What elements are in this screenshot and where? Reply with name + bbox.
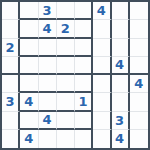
cell-r5c7[interactable] (112, 75, 130, 93)
cell-r2c2[interactable] (20, 20, 38, 38)
cell-r8c8[interactable] (130, 130, 148, 148)
cell-r3c3[interactable] (39, 39, 57, 57)
cell-r4c5[interactable] (75, 57, 93, 75)
cell-r6c2-given-digit: 4 (20, 93, 38, 111)
cell-r5c4[interactable] (57, 75, 75, 93)
cell-r6c1-given-digit: 3 (2, 93, 20, 111)
cell-r6c3[interactable] (39, 93, 57, 111)
cell-r5c2[interactable] (20, 75, 38, 93)
cell-r6c8[interactable] (130, 93, 148, 111)
cell-r2c5[interactable] (75, 20, 93, 38)
cell-r6c7[interactable] (112, 93, 130, 111)
cell-r1c3-given-digit: 3 (39, 2, 57, 20)
cell-r2c1[interactable] (2, 20, 20, 38)
cell-r7c6[interactable] (93, 112, 111, 130)
cell-r8c4[interactable] (57, 130, 75, 148)
cell-r4c2[interactable] (20, 57, 38, 75)
cell-r3c7[interactable] (112, 39, 130, 57)
cell-r5c8-given-digit: 4 (130, 75, 148, 93)
cell-r5c5[interactable] (75, 75, 93, 93)
cell-r3c4[interactable] (57, 39, 75, 57)
cell-r3c5[interactable] (75, 39, 93, 57)
cell-r5c3[interactable] (39, 75, 57, 93)
cell-r2c4-given-digit: 2 (57, 20, 75, 38)
cell-r1c5[interactable] (75, 2, 93, 20)
cell-r8c1[interactable] (2, 130, 20, 148)
cell-r8c5[interactable] (75, 130, 93, 148)
cell-r3c6[interactable] (93, 39, 111, 57)
cell-r7c7-given-digit: 3 (112, 112, 130, 130)
cell-r2c8[interactable] (130, 20, 148, 38)
cell-r2c3-given-digit: 4 (39, 20, 57, 38)
cell-r1c7[interactable] (112, 2, 130, 20)
cell-r1c4[interactable] (57, 2, 75, 20)
cell-r7c4[interactable] (57, 112, 75, 130)
cell-r4c6[interactable] (93, 57, 111, 75)
cell-r7c3-given-digit: 4 (39, 112, 57, 130)
cell-r1c8[interactable] (130, 2, 148, 20)
cell-r1c1[interactable] (2, 2, 20, 20)
cell-r5c1[interactable] (2, 75, 20, 93)
cell-r7c2[interactable] (20, 112, 38, 130)
puzzle-board: 34422443414344 (0, 0, 150, 150)
cell-r4c3[interactable] (39, 57, 57, 75)
cell-r3c8[interactable] (130, 39, 148, 57)
cell-r8c2-given-digit: 4 (20, 130, 38, 148)
cell-r7c1[interactable] (2, 112, 20, 130)
cell-r4c8[interactable] (130, 57, 148, 75)
cell-r5c6[interactable] (93, 75, 111, 93)
cell-r3c2[interactable] (20, 39, 38, 57)
cell-r7c5[interactable] (75, 112, 93, 130)
cell-r8c3[interactable] (39, 130, 57, 148)
cell-r1c6-given-digit: 4 (93, 2, 111, 20)
cell-r8c6[interactable] (93, 130, 111, 148)
cell-r2c6[interactable] (93, 20, 111, 38)
cell-r7c8[interactable] (130, 112, 148, 130)
cell-r2c7[interactable] (112, 20, 130, 38)
cell-r6c6[interactable] (93, 93, 111, 111)
cell-r3c1-given-digit: 2 (2, 39, 20, 57)
cell-r4c7-given-digit: 4 (112, 57, 130, 75)
cell-r8c7-given-digit: 4 (112, 130, 130, 148)
cell-r6c4[interactable] (57, 93, 75, 111)
cell-r6c5-given-digit: 1 (75, 93, 93, 111)
cell-r4c4[interactable] (57, 57, 75, 75)
cell-r4c1[interactable] (2, 57, 20, 75)
cell-r1c2[interactable] (20, 2, 38, 20)
